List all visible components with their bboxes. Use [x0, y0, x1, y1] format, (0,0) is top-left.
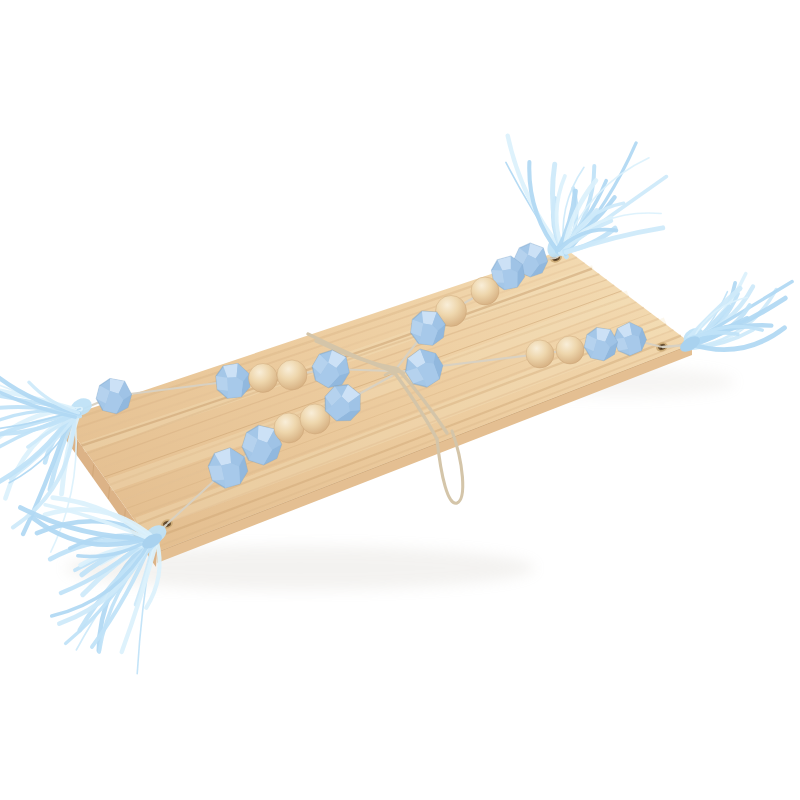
round-bead-body	[277, 360, 307, 390]
round-bead-body	[556, 336, 584, 364]
round-bead-body	[526, 340, 554, 368]
bead-wood-round[interactable]	[249, 364, 278, 393]
wooden-board	[61, 249, 692, 567]
bead-wood-round[interactable]	[556, 336, 584, 364]
bead-wood-round[interactable]	[277, 360, 307, 390]
abacus-board-scene	[0, 0, 800, 800]
round-bead-body	[249, 364, 278, 393]
round-bead-body	[274, 413, 304, 443]
yarn-tassel	[677, 274, 792, 355]
bead-wood-round[interactable]	[526, 340, 554, 368]
product-photo-stage	[0, 0, 800, 800]
bead-wood-round[interactable]	[471, 277, 499, 305]
bead-wood-round[interactable]	[274, 413, 304, 443]
round-bead-body	[471, 277, 499, 305]
yarn-tassel	[506, 136, 667, 260]
